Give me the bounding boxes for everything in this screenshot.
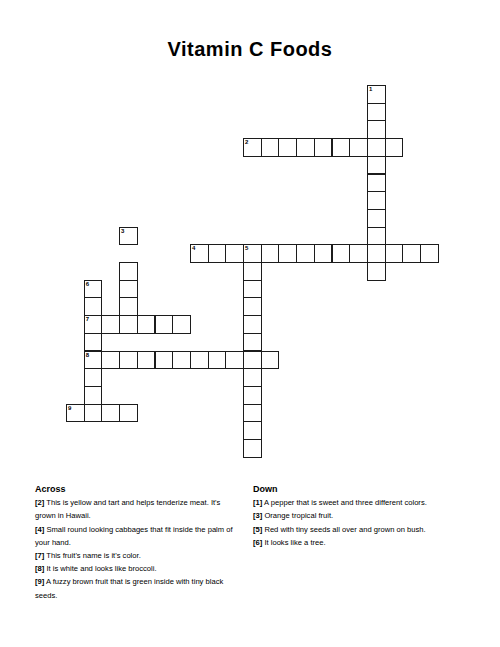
cell-number-7: 7 bbox=[86, 316, 89, 323]
grid-cell-r13c3[interactable] bbox=[119, 315, 138, 334]
grid-cell-r13c1[interactable]: 7 bbox=[84, 315, 103, 334]
grid-cell-r9c18[interactable] bbox=[385, 244, 404, 263]
grid-cell-r18c1[interactable] bbox=[84, 404, 103, 423]
cell-number-6: 6 bbox=[86, 281, 89, 288]
grid-cell-r12c10[interactable] bbox=[243, 297, 262, 316]
grid-cell-r13c5[interactable] bbox=[155, 315, 174, 334]
grid-cell-r14c1[interactable] bbox=[84, 333, 103, 352]
grid-cell-r10c10[interactable] bbox=[243, 262, 262, 281]
grid-cell-r3c12[interactable] bbox=[278, 138, 297, 157]
grid-cell-r17c10[interactable] bbox=[243, 386, 262, 405]
grid-cell-r3c18[interactable] bbox=[385, 138, 404, 157]
grid-cell-r12c1[interactable] bbox=[84, 297, 103, 316]
grid-cell-r3c11[interactable] bbox=[261, 138, 280, 157]
clue-text: This fruit's name is it's color. bbox=[46, 551, 140, 560]
grid-cell-r13c4[interactable] bbox=[137, 315, 156, 334]
grid-cell-r9c8[interactable] bbox=[208, 244, 227, 263]
clue-down-5: [5] Red with tiny seeds all over and gro… bbox=[253, 523, 468, 536]
clue-number: [9] bbox=[35, 577, 44, 586]
grid-cell-r2c17[interactable] bbox=[367, 120, 386, 139]
clue-text: This is yellow and tart and helps tender… bbox=[35, 498, 220, 520]
grid-cell-r9c11[interactable] bbox=[261, 244, 280, 263]
crossword-grid: 123456789 bbox=[66, 85, 439, 458]
grid-cell-r1c17[interactable] bbox=[367, 103, 386, 122]
grid-cell-r3c16[interactable] bbox=[349, 138, 368, 157]
grid-cell-r15c7[interactable] bbox=[190, 351, 209, 370]
grid-cell-r15c1[interactable]: 8 bbox=[84, 351, 103, 370]
grid-cell-r15c2[interactable] bbox=[101, 351, 120, 370]
grid-cell-r15c10[interactable] bbox=[243, 351, 262, 370]
clue-across-9: [9] A fuzzy brown fruit that is green in… bbox=[35, 575, 250, 601]
grid-cell-r16c1[interactable] bbox=[84, 368, 103, 387]
cell-number-5: 5 bbox=[245, 245, 248, 252]
cell-number-9: 9 bbox=[68, 405, 71, 412]
clue-text: Small round looking cabbages that fit in… bbox=[35, 525, 233, 547]
grid-cell-r18c10[interactable] bbox=[243, 404, 262, 423]
across-header: Across bbox=[35, 483, 250, 496]
grid-cell-r3c17[interactable] bbox=[367, 138, 386, 157]
grid-cell-r7c17[interactable] bbox=[367, 209, 386, 228]
grid-cell-r4c17[interactable] bbox=[367, 156, 386, 175]
clue-across-8: [8] It is white and looks like broccoli. bbox=[35, 562, 250, 575]
grid-cell-r9c19[interactable] bbox=[402, 244, 421, 263]
grid-cell-r9c15[interactable] bbox=[332, 244, 351, 263]
grid-cell-r13c6[interactable] bbox=[172, 315, 191, 334]
grid-cell-r13c10[interactable] bbox=[243, 315, 262, 334]
grid-cell-r15c3[interactable] bbox=[119, 351, 138, 370]
grid-cell-r0c17[interactable]: 1 bbox=[367, 85, 386, 104]
clue-down-3: [3] Orange tropical fruit. bbox=[253, 509, 468, 522]
clue-number: [2] bbox=[35, 498, 44, 507]
clue-text: Orange tropical fruit. bbox=[264, 511, 333, 520]
cell-number-4: 4 bbox=[192, 245, 195, 252]
grid-cell-r18c0[interactable]: 9 bbox=[66, 404, 85, 423]
grid-cell-r12c3[interactable] bbox=[119, 297, 138, 316]
grid-cell-r9c10[interactable]: 5 bbox=[243, 244, 262, 263]
grid-cell-r9c9[interactable] bbox=[225, 244, 244, 263]
grid-cell-r9c16[interactable] bbox=[349, 244, 368, 263]
grid-cell-r11c1[interactable]: 6 bbox=[84, 280, 103, 299]
clue-text: A fuzzy brown fruit that is green inside… bbox=[35, 577, 223, 599]
clue-number: [5] bbox=[253, 525, 262, 534]
grid-cell-r15c4[interactable] bbox=[137, 351, 156, 370]
grid-cell-r10c3[interactable] bbox=[119, 262, 138, 281]
grid-cell-r3c10[interactable]: 2 bbox=[243, 138, 262, 157]
clue-text: It looks like a tree. bbox=[264, 538, 325, 547]
clue-number: [1] bbox=[253, 498, 262, 507]
grid-cell-r20c10[interactable] bbox=[243, 439, 262, 458]
clue-number: [7] bbox=[35, 551, 44, 560]
clue-number: [4] bbox=[35, 525, 44, 534]
grid-cell-r9c20[interactable] bbox=[420, 244, 439, 263]
grid-cell-r3c15[interactable] bbox=[332, 138, 351, 157]
clue-text: A pepper that is sweet and three differe… bbox=[264, 498, 427, 507]
cell-number-8: 8 bbox=[86, 352, 89, 359]
down-header: Down bbox=[253, 483, 468, 496]
cell-number-3: 3 bbox=[121, 228, 124, 235]
grid-cell-r9c13[interactable] bbox=[296, 244, 315, 263]
grid-cell-r8c17[interactable] bbox=[367, 227, 386, 246]
clue-across-7: [7] This fruit's name is it's color. bbox=[35, 549, 250, 562]
grid-cell-r10c17[interactable] bbox=[367, 262, 386, 281]
grid-cell-r15c8[interactable] bbox=[208, 351, 227, 370]
grid-cell-r5c17[interactable] bbox=[367, 174, 386, 193]
grid-cell-r17c1[interactable] bbox=[84, 386, 103, 405]
clue-number: [3] bbox=[253, 511, 262, 520]
grid-cell-r11c10[interactable] bbox=[243, 280, 262, 299]
grid-cell-r14c10[interactable] bbox=[243, 333, 262, 352]
grid-cell-r9c14[interactable] bbox=[314, 244, 333, 263]
clue-down-1: [1] A pepper that is sweet and three dif… bbox=[253, 496, 468, 509]
cell-number-2: 2 bbox=[245, 139, 248, 146]
across-clues-section: Across [2] This is yellow and tart and h… bbox=[35, 483, 250, 602]
clue-across-4: [4] Small round looking cabbages that fi… bbox=[35, 523, 250, 549]
clue-text: Red with tiny seeds all over and grown o… bbox=[264, 525, 425, 534]
cell-number-1: 1 bbox=[369, 86, 372, 93]
grid-cell-r15c11[interactable] bbox=[261, 351, 280, 370]
grid-cell-r9c7[interactable]: 4 bbox=[190, 244, 209, 263]
grid-cell-r19c10[interactable] bbox=[243, 421, 262, 440]
grid-cell-r11c3[interactable] bbox=[119, 280, 138, 299]
page-title: Vitamin C Foods bbox=[0, 38, 500, 61]
grid-cell-r13c2[interactable] bbox=[101, 315, 120, 334]
grid-cell-r6c17[interactable] bbox=[367, 191, 386, 210]
grid-cell-r3c14[interactable] bbox=[314, 138, 333, 157]
clue-across-2: [2] This is yellow and tart and helps te… bbox=[35, 496, 250, 522]
grid-cell-r3c13[interactable] bbox=[296, 138, 315, 157]
grid-cell-r15c9[interactable] bbox=[225, 351, 244, 370]
clue-down-6: [6] It looks like a tree. bbox=[253, 536, 468, 549]
grid-cell-r8c3[interactable]: 3 bbox=[119, 227, 138, 246]
grid-cell-r9c17[interactable] bbox=[367, 244, 386, 263]
grid-cell-r9c12[interactable] bbox=[278, 244, 297, 263]
grid-cell-r18c3[interactable] bbox=[119, 404, 138, 423]
grid-cell-r16c10[interactable] bbox=[243, 368, 262, 387]
down-clues-section: Down [1] A pepper that is sweet and thre… bbox=[253, 483, 468, 549]
clue-number: [8] bbox=[35, 564, 44, 573]
grid-cell-r15c5[interactable] bbox=[155, 351, 174, 370]
grid-cell-r15c6[interactable] bbox=[172, 351, 191, 370]
clue-number: [6] bbox=[253, 538, 262, 547]
clue-text: It is white and looks like broccoli. bbox=[46, 564, 156, 573]
grid-cell-r18c2[interactable] bbox=[101, 404, 120, 423]
